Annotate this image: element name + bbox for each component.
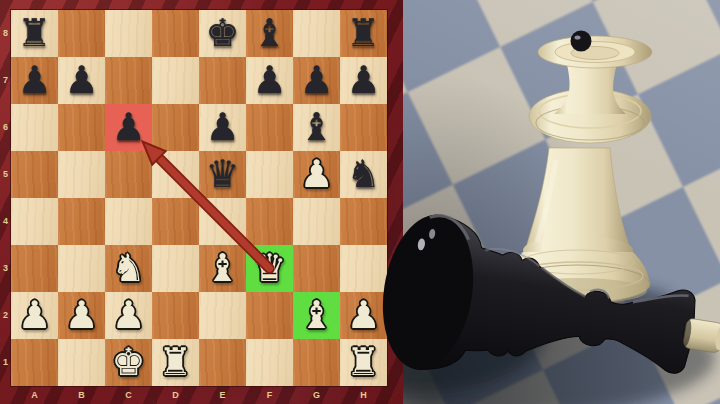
square-d6 xyxy=(152,104,199,151)
rank-label-8: 8 xyxy=(0,10,11,57)
square-h6 xyxy=(340,104,387,151)
black-pawn-c6: ♟ xyxy=(105,104,152,151)
white-pawn-b2: ♟ xyxy=(58,292,105,339)
square-c7 xyxy=(105,57,152,104)
black-pawn-a7: ♟ xyxy=(11,57,58,104)
black-pawn-f7: ♟ xyxy=(246,57,293,104)
square-e1 xyxy=(199,339,246,386)
square-f2 xyxy=(246,292,293,339)
black-rook-h8: ♜ xyxy=(340,10,387,57)
file-label-e: E xyxy=(199,388,246,404)
square-a1 xyxy=(11,339,58,386)
black-pawn-b7: ♟ xyxy=(58,57,105,104)
thumbnail: 87654321 ABCDEFGH ♜♚♝♜♟♟♟♟♟♟♟♝♛♟♞♞♝♛♟♟♟♝… xyxy=(0,0,720,404)
square-e7 xyxy=(199,57,246,104)
file-label-h: H xyxy=(340,388,387,404)
white-bishop-g2: ♝ xyxy=(293,292,340,339)
black-pawn-g7: ♟ xyxy=(293,57,340,104)
black-king-e8: ♚ xyxy=(199,10,246,57)
white-pawn-g5: ♟ xyxy=(293,151,340,198)
square-d3 xyxy=(152,245,199,292)
rank-label-1: 1 xyxy=(0,339,11,386)
square-c4 xyxy=(105,198,152,245)
rank-label-2: 2 xyxy=(0,292,11,339)
square-d5 xyxy=(152,151,199,198)
black-bishop-f8: ♝ xyxy=(246,10,293,57)
white-pawn-a2: ♟ xyxy=(11,292,58,339)
square-f4 xyxy=(246,198,293,245)
square-a5 xyxy=(11,151,58,198)
rank-label-5: 5 xyxy=(0,151,11,198)
white-queen-f3: ♛ xyxy=(246,245,293,292)
rank-label-7: 7 xyxy=(0,57,11,104)
board-panel: 87654321 ABCDEFGH ♜♚♝♜♟♟♟♟♟♟♟♝♛♟♞♞♝♛♟♟♟♝… xyxy=(0,0,403,404)
square-h3 xyxy=(340,245,387,292)
square-a4 xyxy=(11,198,58,245)
rank-label-4: 4 xyxy=(0,198,11,245)
white-bishop-e3: ♝ xyxy=(199,245,246,292)
square-c5 xyxy=(105,151,152,198)
rank-label-6: 6 xyxy=(0,104,11,151)
white-rook-d1: ♜ xyxy=(152,339,199,386)
square-h4 xyxy=(340,198,387,245)
white-knight-c3: ♞ xyxy=(105,245,152,292)
white-king-c1: ♚ xyxy=(105,339,152,386)
square-f1 xyxy=(246,339,293,386)
white-pawn-c2: ♟ xyxy=(105,292,152,339)
file-label-g: G xyxy=(293,388,340,404)
file-label-d: D xyxy=(152,388,199,404)
board-squares: ♜♚♝♜♟♟♟♟♟♟♟♝♛♟♞♞♝♛♟♟♟♝♟♚♜♜ xyxy=(11,10,387,386)
square-d7 xyxy=(152,57,199,104)
file-label-b: B xyxy=(58,388,105,404)
white-pawn-h2: ♟ xyxy=(340,292,387,339)
file-label-f: F xyxy=(246,388,293,404)
square-b5 xyxy=(58,151,105,198)
square-e4 xyxy=(199,198,246,245)
square-b6 xyxy=(58,104,105,151)
square-a6 xyxy=(11,104,58,151)
square-d4 xyxy=(152,198,199,245)
square-f6 xyxy=(246,104,293,151)
square-c8 xyxy=(105,10,152,57)
square-b1 xyxy=(58,339,105,386)
black-pawn-e6: ♟ xyxy=(199,104,246,151)
file-label-a: A xyxy=(11,388,58,404)
black-knight-h5: ♞ xyxy=(340,151,387,198)
square-g4 xyxy=(293,198,340,245)
square-b4 xyxy=(58,198,105,245)
photo-vignette xyxy=(403,0,720,404)
square-e2 xyxy=(199,292,246,339)
rank-label-3: 3 xyxy=(0,245,11,292)
white-rook-h1: ♜ xyxy=(340,339,387,386)
black-rook-a8: ♜ xyxy=(11,10,58,57)
photo-panel xyxy=(403,0,720,404)
square-a3 xyxy=(11,245,58,292)
square-d2 xyxy=(152,292,199,339)
square-g3 xyxy=(293,245,340,292)
square-g1 xyxy=(293,339,340,386)
board-frame: 87654321 ABCDEFGH ♜♚♝♜♟♟♟♟♟♟♟♝♛♟♞♞♝♛♟♟♟♝… xyxy=(0,0,403,404)
square-g8 xyxy=(293,10,340,57)
file-label-c: C xyxy=(105,388,152,404)
square-b3 xyxy=(58,245,105,292)
square-d8 xyxy=(152,10,199,57)
square-b8 xyxy=(58,10,105,57)
square-f5 xyxy=(246,151,293,198)
black-bishop-g6: ♝ xyxy=(293,104,340,151)
black-pawn-h7: ♟ xyxy=(340,57,387,104)
black-queen-e5: ♛ xyxy=(199,151,246,198)
